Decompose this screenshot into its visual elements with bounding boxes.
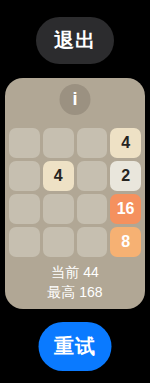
empty-cell	[77, 227, 108, 257]
empty-cell	[77, 128, 108, 158]
score-panel: 当前 44 最高 168	[5, 262, 145, 302]
empty-cell	[43, 194, 74, 224]
tile-4: 4	[110, 128, 141, 158]
empty-cell	[9, 161, 40, 191]
empty-cell	[9, 128, 40, 158]
tile-2: 2	[110, 161, 141, 191]
board-grid[interactable]: 442168	[9, 128, 141, 257]
empty-cell	[43, 227, 74, 257]
tile-16: 16	[110, 194, 141, 224]
empty-cell	[9, 194, 40, 224]
tile-4: 4	[43, 161, 74, 191]
empty-cell	[77, 194, 108, 224]
game-card: i 442168 当前 44 最高 168	[5, 78, 145, 309]
empty-cell	[77, 161, 108, 191]
exit-button[interactable]: 退出	[36, 17, 114, 64]
tile-8: 8	[110, 227, 141, 257]
info-icon[interactable]: i	[60, 84, 91, 115]
best-score: 最高 168	[5, 282, 145, 302]
empty-cell	[43, 128, 74, 158]
current-score: 当前 44	[5, 262, 145, 282]
empty-cell	[9, 227, 40, 257]
retry-button[interactable]: 重试	[39, 322, 112, 371]
